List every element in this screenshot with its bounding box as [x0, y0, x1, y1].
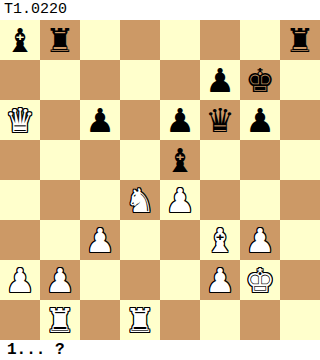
- square-g1[interactable]: [240, 300, 280, 340]
- square-f4[interactable]: [200, 180, 240, 220]
- square-h4[interactable]: [280, 180, 320, 220]
- square-b1[interactable]: ♜: [40, 300, 80, 340]
- square-c8[interactable]: [80, 20, 120, 60]
- white-pawn[interactable]: ♟: [165, 180, 195, 220]
- white-rook[interactable]: ♜: [125, 300, 155, 340]
- square-g6[interactable]: ♟: [240, 100, 280, 140]
- square-g2[interactable]: ♚: [240, 260, 280, 300]
- black-rook[interactable]: ♜: [45, 20, 75, 60]
- square-g5[interactable]: [240, 140, 280, 180]
- move-prompt-label: 1... ?: [0, 340, 320, 360]
- square-e1[interactable]: [160, 300, 200, 340]
- square-h3[interactable]: [280, 220, 320, 260]
- black-bishop[interactable]: ♝: [5, 20, 35, 60]
- square-a6[interactable]: ♛: [0, 100, 40, 140]
- square-e6[interactable]: ♟: [160, 100, 200, 140]
- square-a2[interactable]: ♟: [0, 260, 40, 300]
- square-a3[interactable]: [0, 220, 40, 260]
- square-f2[interactable]: ♟: [200, 260, 240, 300]
- square-g3[interactable]: ♟: [240, 220, 280, 260]
- square-e8[interactable]: [160, 20, 200, 60]
- black-pawn[interactable]: ♟: [165, 100, 195, 140]
- white-pawn[interactable]: ♟: [245, 220, 275, 260]
- black-king[interactable]: ♚: [245, 60, 275, 100]
- square-c7[interactable]: [80, 60, 120, 100]
- square-e3[interactable]: [160, 220, 200, 260]
- square-c2[interactable]: [80, 260, 120, 300]
- square-g4[interactable]: [240, 180, 280, 220]
- black-bishop[interactable]: ♝: [165, 140, 195, 180]
- square-b4[interactable]: [40, 180, 80, 220]
- black-pawn[interactable]: ♟: [245, 100, 275, 140]
- square-b6[interactable]: [40, 100, 80, 140]
- square-a1[interactable]: [0, 300, 40, 340]
- square-h6[interactable]: [280, 100, 320, 140]
- square-f1[interactable]: [200, 300, 240, 340]
- square-e7[interactable]: [160, 60, 200, 100]
- chess-board: ♝♜♜♟♚♛♟♟♛♟♝♞♟♟♝♟♟♟♟♚♜♜: [0, 20, 320, 340]
- black-queen[interactable]: ♛: [205, 100, 235, 140]
- square-d6[interactable]: [120, 100, 160, 140]
- square-b5[interactable]: [40, 140, 80, 180]
- square-h1[interactable]: [280, 300, 320, 340]
- square-d2[interactable]: [120, 260, 160, 300]
- square-c4[interactable]: [80, 180, 120, 220]
- square-b3[interactable]: [40, 220, 80, 260]
- square-f6[interactable]: ♛: [200, 100, 240, 140]
- black-pawn[interactable]: ♟: [85, 100, 115, 140]
- square-c5[interactable]: [80, 140, 120, 180]
- square-d5[interactable]: [120, 140, 160, 180]
- black-pawn[interactable]: ♟: [205, 60, 235, 100]
- white-bishop[interactable]: ♝: [205, 220, 235, 260]
- white-pawn[interactable]: ♟: [45, 260, 75, 300]
- square-g7[interactable]: ♚: [240, 60, 280, 100]
- puzzle-id-label: T1.0220: [0, 0, 320, 20]
- square-e5[interactable]: ♝: [160, 140, 200, 180]
- square-a5[interactable]: [0, 140, 40, 180]
- square-h8[interactable]: ♜: [280, 20, 320, 60]
- white-pawn[interactable]: ♟: [5, 260, 35, 300]
- square-b7[interactable]: [40, 60, 80, 100]
- white-pawn[interactable]: ♟: [85, 220, 115, 260]
- square-c3[interactable]: ♟: [80, 220, 120, 260]
- white-pawn[interactable]: ♟: [205, 260, 235, 300]
- white-rook[interactable]: ♜: [45, 300, 75, 340]
- square-b8[interactable]: ♜: [40, 20, 80, 60]
- white-knight[interactable]: ♞: [125, 180, 155, 220]
- square-e2[interactable]: [160, 260, 200, 300]
- square-h2[interactable]: [280, 260, 320, 300]
- square-d7[interactable]: [120, 60, 160, 100]
- square-a4[interactable]: [0, 180, 40, 220]
- square-f5[interactable]: [200, 140, 240, 180]
- square-b2[interactable]: ♟: [40, 260, 80, 300]
- black-rook[interactable]: ♜: [285, 20, 315, 60]
- square-d4[interactable]: ♞: [120, 180, 160, 220]
- white-king[interactable]: ♚: [245, 260, 275, 300]
- square-f8[interactable]: [200, 20, 240, 60]
- chess-puzzle-window: T1.0220 ♝♜♜♟♚♛♟♟♛♟♝♞♟♟♝♟♟♟♟♚♜♜ 1... ?: [0, 0, 320, 360]
- square-f3[interactable]: ♝: [200, 220, 240, 260]
- square-f7[interactable]: ♟: [200, 60, 240, 100]
- square-a7[interactable]: [0, 60, 40, 100]
- square-c1[interactable]: [80, 300, 120, 340]
- white-queen[interactable]: ♛: [5, 100, 35, 140]
- square-d8[interactable]: [120, 20, 160, 60]
- square-a8[interactable]: ♝: [0, 20, 40, 60]
- square-c6[interactable]: ♟: [80, 100, 120, 140]
- square-e4[interactable]: ♟: [160, 180, 200, 220]
- square-h5[interactable]: [280, 140, 320, 180]
- square-d1[interactable]: ♜: [120, 300, 160, 340]
- square-g8[interactable]: [240, 20, 280, 60]
- square-h7[interactable]: [280, 60, 320, 100]
- square-d3[interactable]: [120, 220, 160, 260]
